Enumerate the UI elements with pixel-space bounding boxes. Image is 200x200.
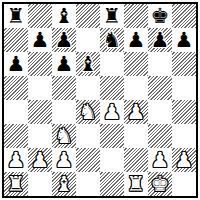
square-g3[interactable] bbox=[148, 124, 172, 148]
square-g4[interactable] bbox=[148, 100, 172, 124]
piece-black-pawn-a6[interactable]: ♟ bbox=[7, 52, 26, 76]
square-c4[interactable] bbox=[52, 100, 76, 124]
square-d6[interactable]: ♝ bbox=[76, 52, 100, 76]
square-f4[interactable]: ♟ bbox=[124, 100, 148, 124]
square-h2[interactable]: ♟ bbox=[172, 148, 196, 172]
square-g8[interactable]: ♚ bbox=[148, 4, 172, 28]
square-d4[interactable]: ♞ bbox=[76, 100, 100, 124]
piece-black-pawn-c6[interactable]: ♟ bbox=[55, 52, 74, 76]
square-f5[interactable] bbox=[124, 76, 148, 100]
square-h1[interactable] bbox=[172, 172, 196, 196]
square-a1[interactable]: ♜ bbox=[4, 172, 28, 196]
square-a7[interactable] bbox=[4, 28, 28, 52]
chess-board: ♜♝♜♚♟♟♞♟♟♟♟♟♝♞♟♟♞♟♟♟♟♟♜♝♜♚ bbox=[4, 4, 196, 196]
square-h4[interactable] bbox=[172, 100, 196, 124]
piece-white-pawn-a2[interactable]: ♟ bbox=[7, 148, 26, 172]
piece-white-pawn-h2[interactable]: ♟ bbox=[175, 148, 194, 172]
square-g2[interactable]: ♟ bbox=[148, 148, 172, 172]
square-g6[interactable] bbox=[148, 52, 172, 76]
piece-black-pawn-c7[interactable]: ♟ bbox=[55, 28, 74, 52]
square-h7[interactable]: ♟ bbox=[172, 28, 196, 52]
square-e5[interactable] bbox=[100, 76, 124, 100]
square-g5[interactable] bbox=[148, 76, 172, 100]
square-b5[interactable] bbox=[28, 76, 52, 100]
square-c7[interactable]: ♟ bbox=[52, 28, 76, 52]
piece-black-knight-e7[interactable]: ♞ bbox=[103, 28, 122, 52]
square-f2[interactable] bbox=[124, 148, 148, 172]
chess-board-frame: ♜♝♜♚♟♟♞♟♟♟♟♟♝♞♟♟♞♟♟♟♟♟♜♝♜♚ bbox=[2, 2, 198, 198]
square-h8[interactable] bbox=[172, 4, 196, 28]
square-b1[interactable] bbox=[28, 172, 52, 196]
piece-white-rook-a1[interactable]: ♜ bbox=[7, 172, 26, 196]
square-d3[interactable] bbox=[76, 124, 100, 148]
square-f8[interactable] bbox=[124, 4, 148, 28]
square-e8[interactable]: ♜ bbox=[100, 4, 124, 28]
square-b2[interactable]: ♟ bbox=[28, 148, 52, 172]
piece-black-king-g8[interactable]: ♚ bbox=[151, 4, 170, 28]
square-d7[interactable] bbox=[76, 28, 100, 52]
square-g7[interactable]: ♟ bbox=[148, 28, 172, 52]
square-e1[interactable] bbox=[100, 172, 124, 196]
piece-white-knight-c3[interactable]: ♞ bbox=[55, 124, 74, 148]
piece-black-bishop-c8[interactable]: ♝ bbox=[55, 4, 74, 28]
piece-white-rook-f1[interactable]: ♜ bbox=[127, 172, 146, 196]
piece-black-pawn-g7[interactable]: ♟ bbox=[151, 28, 170, 52]
square-c3[interactable]: ♞ bbox=[52, 124, 76, 148]
square-a3[interactable] bbox=[4, 124, 28, 148]
square-b4[interactable] bbox=[28, 100, 52, 124]
square-e3[interactable] bbox=[100, 124, 124, 148]
square-c5[interactable] bbox=[52, 76, 76, 100]
piece-black-pawn-h7[interactable]: ♟ bbox=[175, 28, 194, 52]
square-f6[interactable] bbox=[124, 52, 148, 76]
piece-white-pawn-g2[interactable]: ♟ bbox=[151, 148, 170, 172]
square-e2[interactable] bbox=[100, 148, 124, 172]
piece-white-pawn-e4[interactable]: ♟ bbox=[103, 100, 122, 124]
piece-white-king-g1[interactable]: ♚ bbox=[151, 172, 170, 196]
piece-black-pawn-b7[interactable]: ♟ bbox=[31, 28, 50, 52]
piece-white-knight-d4[interactable]: ♞ bbox=[79, 100, 98, 124]
square-b6[interactable] bbox=[28, 52, 52, 76]
square-c1[interactable]: ♝ bbox=[52, 172, 76, 196]
square-f7[interactable]: ♟ bbox=[124, 28, 148, 52]
piece-white-bishop-c1[interactable]: ♝ bbox=[55, 172, 74, 196]
square-e7[interactable]: ♞ bbox=[100, 28, 124, 52]
square-d5[interactable] bbox=[76, 76, 100, 100]
square-c8[interactable]: ♝ bbox=[52, 4, 76, 28]
piece-white-pawn-f4[interactable]: ♟ bbox=[127, 100, 146, 124]
square-d2[interactable] bbox=[76, 148, 100, 172]
square-c6[interactable]: ♟ bbox=[52, 52, 76, 76]
square-f1[interactable]: ♜ bbox=[124, 172, 148, 196]
piece-white-pawn-c2[interactable]: ♟ bbox=[55, 148, 74, 172]
square-h5[interactable] bbox=[172, 76, 196, 100]
piece-white-pawn-b2[interactable]: ♟ bbox=[31, 148, 50, 172]
square-f3[interactable] bbox=[124, 124, 148, 148]
square-a5[interactable] bbox=[4, 76, 28, 100]
piece-black-rook-e8[interactable]: ♜ bbox=[103, 4, 122, 28]
square-a8[interactable]: ♜ bbox=[4, 4, 28, 28]
square-h3[interactable] bbox=[172, 124, 196, 148]
square-h6[interactable] bbox=[172, 52, 196, 76]
square-c2[interactable]: ♟ bbox=[52, 148, 76, 172]
square-a4[interactable] bbox=[4, 100, 28, 124]
piece-black-rook-a8[interactable]: ♜ bbox=[7, 4, 26, 28]
square-d1[interactable] bbox=[76, 172, 100, 196]
square-d8[interactable] bbox=[76, 4, 100, 28]
square-e4[interactable]: ♟ bbox=[100, 100, 124, 124]
square-b3[interactable] bbox=[28, 124, 52, 148]
square-e6[interactable] bbox=[100, 52, 124, 76]
square-a2[interactable]: ♟ bbox=[4, 148, 28, 172]
square-a6[interactable]: ♟ bbox=[4, 52, 28, 76]
square-b8[interactable] bbox=[28, 4, 52, 28]
piece-black-bishop-d6[interactable]: ♝ bbox=[79, 52, 98, 76]
square-b7[interactable]: ♟ bbox=[28, 28, 52, 52]
piece-black-pawn-f7[interactable]: ♟ bbox=[127, 28, 146, 52]
square-g1[interactable]: ♚ bbox=[148, 172, 172, 196]
